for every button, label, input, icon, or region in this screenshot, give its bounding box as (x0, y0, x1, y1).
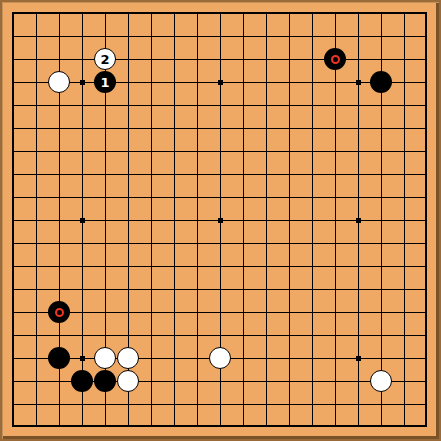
stone-white-E17[interactable]: 2 (94, 48, 116, 70)
circle-mark (55, 308, 64, 317)
stone-black-E16[interactable]: 1 (94, 71, 116, 93)
circle-mark (331, 55, 340, 64)
stone-white-K4[interactable] (209, 347, 231, 369)
stone-black-E3[interactable] (94, 370, 116, 392)
go-board[interactable]: 21 (0, 0, 441, 441)
stone-white-F4[interactable] (117, 347, 139, 369)
stone-black-R16[interactable] (370, 71, 392, 93)
stone-black-C6[interactable] (48, 301, 70, 323)
stone-white-C16[interactable] (48, 71, 70, 93)
stone-black-D3[interactable] (71, 370, 93, 392)
stone-white-F3[interactable] (117, 370, 139, 392)
stone-layer: 21 (2, 2, 439, 439)
stone-black-P17[interactable] (324, 48, 346, 70)
stone-white-R3[interactable] (370, 370, 392, 392)
move-number-label: 1 (100, 76, 109, 89)
move-number-label: 2 (100, 53, 109, 66)
stone-black-C4[interactable] (48, 347, 70, 369)
stone-white-E4[interactable] (94, 347, 116, 369)
